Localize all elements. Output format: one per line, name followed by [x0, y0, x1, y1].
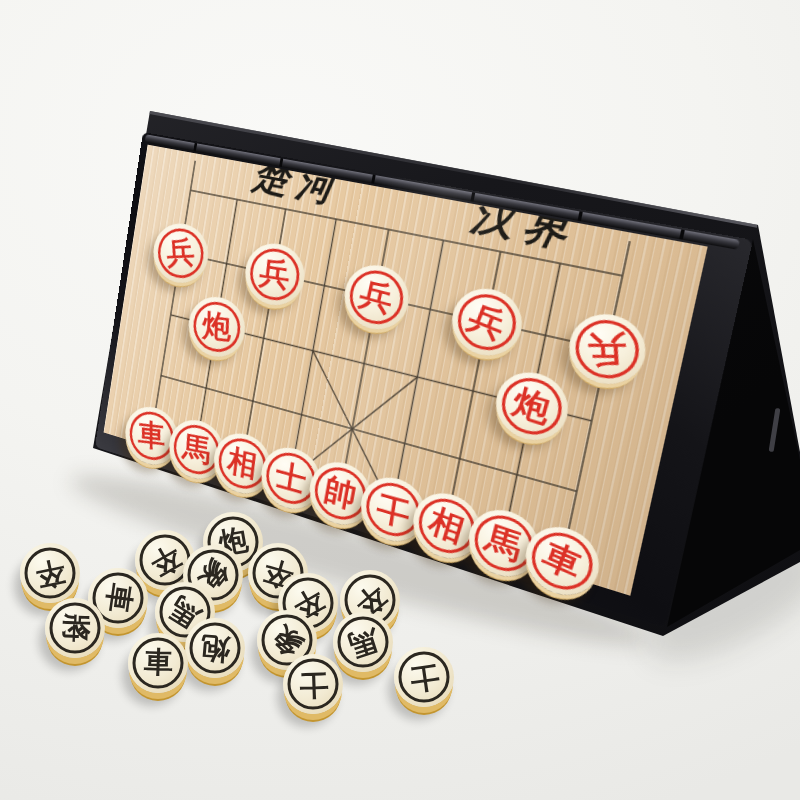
xiangqi-piece-black-soldier-1[interactable]: 卒 — [20, 543, 80, 603]
xiangqi-piece-red-soldier-i[interactable]: 兵 — [563, 307, 652, 392]
xiangqi-piece-red-soldier-c[interactable]: 兵 — [241, 238, 309, 311]
piece-character: 士 — [373, 484, 412, 536]
xiangqi-piece-black-horse-2[interactable]: 馬 — [333, 612, 393, 672]
xiangqi-piece-black-general[interactable]: 將 — [45, 598, 105, 658]
xiangqi-piece-red-soldier-g[interactable]: 兵 — [447, 282, 528, 362]
hinge-notch — [371, 175, 375, 184]
hinge-notch — [279, 158, 283, 167]
piece-character: 士 — [407, 655, 441, 699]
photo-stage: 楚河 汉界 兵兵兵兵兵炮炮車馬相士帥士相馬車 卒卒象炮卒車馬卒卒將象馬炮車士士 — [0, 0, 800, 800]
piece-character: 車 — [96, 581, 140, 615]
piece-character: 馬 — [181, 427, 212, 473]
xiangqi-piece-red-soldier-e[interactable]: 兵 — [340, 259, 414, 336]
xiangqi-piece-black-advisor-1[interactable]: 士 — [283, 654, 343, 714]
piece-character: 士 — [298, 664, 328, 705]
xiangqi-piece-black-cannon-2[interactable]: 炮 — [185, 618, 245, 678]
piece-character: 車 — [143, 643, 173, 684]
xiangqi-piece-red-cannon-h[interactable]: 炮 — [490, 365, 574, 448]
piece-character: 士 — [272, 454, 308, 503]
hinge-notch — [578, 211, 583, 221]
hinge-notch — [193, 143, 197, 152]
piece-character: 相 — [225, 440, 259, 488]
piece-character: 車 — [138, 414, 165, 457]
piece-character: 兵 — [257, 251, 292, 298]
piece-character: 兵 — [165, 232, 196, 275]
piece-character: 將 — [55, 613, 96, 643]
xiangqi-piece-black-chariot-2[interactable]: 車 — [128, 633, 188, 693]
hinge-notch — [470, 192, 475, 202]
hinge-notch — [679, 230, 685, 240]
piece-character: 兵 — [586, 325, 628, 374]
xiangqi-piece-red-soldier-a[interactable]: 兵 — [149, 218, 212, 288]
xiangqi-piece-black-advisor-2[interactable]: 士 — [394, 647, 454, 707]
piece-character: 炮 — [199, 627, 231, 669]
xiangqi-piece-red-cannon-b[interactable]: 炮 — [184, 291, 249, 363]
piece-character: 炮 — [201, 304, 231, 348]
